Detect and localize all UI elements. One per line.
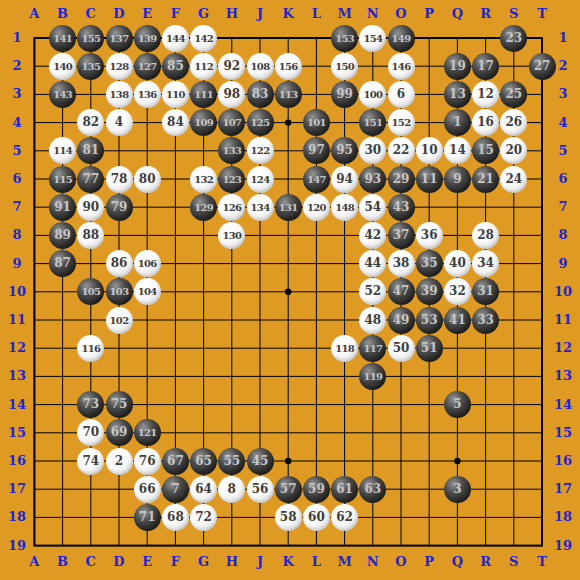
stone-J3-move-83[interactable]: 83 [247, 81, 274, 108]
stone-E16-move-76[interactable]: 76 [134, 448, 161, 475]
stone-D15-move-69[interactable]: 69 [106, 419, 133, 446]
stone-B7-move-91[interactable]: 91 [49, 194, 76, 221]
stone-H16-move-55[interactable]: 55 [218, 448, 245, 475]
stone-E17-move-66[interactable]: 66 [134, 476, 161, 503]
stone-G2-move-112[interactable]: 112 [190, 53, 217, 80]
stone-B1-move-141[interactable]: 141 [49, 25, 76, 52]
stone-R2-move-17[interactable]: 17 [472, 53, 499, 80]
stone-G16-move-65[interactable]: 65 [190, 448, 217, 475]
row-label-left-3: 3 [5, 86, 29, 102]
col-label-top-C: C [79, 6, 103, 22]
stone-P9-move-35[interactable]: 35 [416, 250, 443, 277]
stone-N6-move-93[interactable]: 93 [359, 166, 386, 193]
col-label-bottom-E: E [135, 554, 159, 570]
star-point-K10 [285, 289, 291, 295]
stone-H6-move-123[interactable]: 123 [218, 166, 245, 193]
col-label-top-A: A [22, 6, 46, 22]
stone-Q17-move-3[interactable]: 3 [444, 476, 471, 503]
stone-C12-move-116[interactable]: 116 [77, 335, 104, 362]
row-label-right-16: 16 [551, 453, 575, 469]
stone-O10-move-47[interactable]: 47 [388, 278, 415, 305]
stone-D16-move-2[interactable]: 2 [106, 448, 133, 475]
stone-H3-move-98[interactable]: 98 [218, 81, 245, 108]
row-label-left-15: 15 [5, 425, 29, 441]
stone-Q2-move-19[interactable]: 19 [444, 53, 471, 80]
stone-P6-move-11[interactable]: 11 [416, 166, 443, 193]
stone-D11-move-102[interactable]: 102 [106, 307, 133, 334]
stone-E6-move-80[interactable]: 80 [134, 166, 161, 193]
stone-Q4-move-1[interactable]: 1 [444, 109, 471, 136]
stone-C7-move-90[interactable]: 90 [77, 194, 104, 221]
col-label-bottom-S: S [502, 554, 526, 570]
stone-M6-move-94[interactable]: 94 [331, 166, 358, 193]
stone-E3-move-136[interactable]: 136 [134, 81, 161, 108]
stone-E9-move-106[interactable]: 106 [134, 250, 161, 277]
row-label-left-4: 4 [5, 115, 29, 131]
stone-J17-move-56[interactable]: 56 [247, 476, 274, 503]
row-label-left-2: 2 [5, 58, 29, 74]
stone-B9-move-87[interactable]: 87 [49, 250, 76, 277]
stone-C8-move-88[interactable]: 88 [77, 222, 104, 249]
stone-Q6-move-9[interactable]: 9 [444, 166, 471, 193]
col-label-top-N: N [361, 6, 385, 22]
stone-F1-move-144[interactable]: 144 [162, 25, 189, 52]
stone-O12-move-50[interactable]: 50 [388, 335, 415, 362]
stone-D9-move-86[interactable]: 86 [106, 250, 133, 277]
col-label-bottom-R: R [474, 554, 498, 570]
row-label-left-17: 17 [5, 481, 29, 497]
col-label-top-O: O [389, 6, 413, 22]
col-label-top-M: M [333, 6, 357, 22]
stone-B8-move-89[interactable]: 89 [49, 222, 76, 249]
stone-O6-move-29[interactable]: 29 [388, 166, 415, 193]
col-label-bottom-T: T [530, 554, 554, 570]
stone-F3-move-110[interactable]: 110 [162, 81, 189, 108]
stone-T2-move-27[interactable]: 27 [529, 53, 556, 80]
stone-O9-move-38[interactable]: 38 [388, 250, 415, 277]
row-label-right-14: 14 [551, 397, 575, 413]
row-label-left-8: 8 [5, 227, 29, 243]
stone-L18-move-60[interactable]: 60 [303, 504, 330, 531]
stone-S3-move-25[interactable]: 25 [500, 81, 527, 108]
row-label-left-18: 18 [5, 509, 29, 525]
stone-M2-move-150[interactable]: 150 [331, 53, 358, 80]
stone-K18-move-58[interactable]: 58 [275, 504, 302, 531]
stone-P8-move-36[interactable]: 36 [416, 222, 443, 249]
star-point-K16 [285, 458, 291, 464]
col-label-bottom-B: B [51, 554, 75, 570]
stone-Q11-move-41[interactable]: 41 [444, 307, 471, 334]
stone-H8-move-130[interactable]: 130 [218, 222, 245, 249]
stone-E18-move-71[interactable]: 71 [134, 504, 161, 531]
col-label-bottom-O: O [389, 554, 413, 570]
stone-M1-move-153[interactable]: 153 [331, 25, 358, 52]
stone-G18-move-72[interactable]: 72 [190, 504, 217, 531]
stone-D7-move-79[interactable]: 79 [106, 194, 133, 221]
stone-N1-move-154[interactable]: 154 [359, 25, 386, 52]
stone-E2-move-127[interactable]: 127 [134, 53, 161, 80]
row-label-left-6: 6 [5, 171, 29, 187]
row-label-left-13: 13 [5, 368, 29, 384]
stone-G17-move-64[interactable]: 64 [190, 476, 217, 503]
stone-S6-move-24[interactable]: 24 [500, 166, 527, 193]
stone-K7-move-131[interactable]: 131 [275, 194, 302, 221]
stone-N11-move-48[interactable]: 48 [359, 307, 386, 334]
stone-D6-move-78[interactable]: 78 [106, 166, 133, 193]
col-label-top-Q: Q [445, 6, 469, 22]
stone-G7-move-129[interactable]: 129 [190, 194, 217, 221]
row-label-right-17: 17 [551, 481, 575, 497]
stone-Q14-move-5[interactable]: 5 [444, 391, 471, 418]
stone-H17-move-8[interactable]: 8 [218, 476, 245, 503]
star-point-Q16 [454, 458, 460, 464]
col-label-bottom-A: A [22, 554, 46, 570]
stone-J7-move-134[interactable]: 134 [247, 194, 274, 221]
stone-K2-move-156[interactable]: 156 [275, 53, 302, 80]
stone-L6-move-147[interactable]: 147 [303, 166, 330, 193]
stone-R3-move-12[interactable]: 12 [472, 81, 499, 108]
stone-R8-move-28[interactable]: 28 [472, 222, 499, 249]
row-label-left-10: 10 [5, 284, 29, 300]
stone-R11-move-33[interactable]: 33 [472, 307, 499, 334]
stone-M18-move-62[interactable]: 62 [331, 504, 358, 531]
stone-Q5-move-14[interactable]: 14 [444, 137, 471, 164]
row-label-left-12: 12 [5, 340, 29, 356]
row-label-right-9: 9 [551, 256, 575, 272]
stone-E10-move-104[interactable]: 104 [134, 278, 161, 305]
stone-G3-move-111[interactable]: 111 [190, 81, 217, 108]
col-label-bottom-C: C [79, 554, 103, 570]
stone-O1-move-149[interactable]: 149 [388, 25, 415, 52]
stone-C1-move-155[interactable]: 155 [77, 25, 104, 52]
col-label-bottom-Q: Q [445, 554, 469, 570]
col-label-bottom-M: M [333, 554, 357, 570]
stone-M7-move-148[interactable]: 148 [331, 194, 358, 221]
stone-R6-move-21[interactable]: 21 [472, 166, 499, 193]
row-label-right-7: 7 [551, 199, 575, 215]
stone-G6-move-132[interactable]: 132 [190, 166, 217, 193]
row-label-right-4: 4 [551, 115, 575, 131]
col-label-top-T: T [530, 6, 554, 22]
stone-F18-move-68[interactable]: 68 [162, 504, 189, 531]
col-label-top-D: D [107, 6, 131, 22]
col-label-top-P: P [417, 6, 441, 22]
col-label-bottom-K: K [276, 554, 300, 570]
go-board[interactable]: ABCDEFGHJKLMNOPQRST ABCDEFGHJKLMNOPQRST … [0, 0, 580, 580]
row-label-left-14: 14 [5, 397, 29, 413]
stone-Q10-move-32[interactable]: 32 [444, 278, 471, 305]
stone-M12-move-118[interactable]: 118 [331, 335, 358, 362]
row-label-right-5: 5 [551, 143, 575, 159]
stone-J2-move-108[interactable]: 108 [247, 53, 274, 80]
stone-H2-move-92[interactable]: 92 [218, 53, 245, 80]
stone-L7-move-120[interactable]: 120 [303, 194, 330, 221]
stone-G4-move-109[interactable]: 109 [190, 109, 217, 136]
stone-N17-move-63[interactable]: 63 [359, 476, 386, 503]
stone-F4-move-84[interactable]: 84 [162, 109, 189, 136]
col-label-bottom-L: L [304, 554, 328, 570]
stone-C6-move-77[interactable]: 77 [77, 166, 104, 193]
row-label-left-5: 5 [5, 143, 29, 159]
row-label-left-19: 19 [5, 538, 29, 554]
stone-N8-move-42[interactable]: 42 [359, 222, 386, 249]
row-label-right-15: 15 [551, 425, 575, 441]
stone-N7-move-54[interactable]: 54 [359, 194, 386, 221]
col-label-top-H: H [220, 6, 244, 22]
stone-D4-move-4[interactable]: 4 [106, 109, 133, 136]
stone-N3-move-100[interactable]: 100 [359, 81, 386, 108]
stone-O5-move-22[interactable]: 22 [388, 137, 415, 164]
row-label-right-11: 11 [551, 312, 575, 328]
col-label-top-B: B [51, 6, 75, 22]
stone-P10-move-39[interactable]: 39 [416, 278, 443, 305]
col-label-top-R: R [474, 6, 498, 22]
stone-O7-move-43[interactable]: 43 [388, 194, 415, 221]
col-label-top-S: S [502, 6, 526, 22]
stone-R4-move-16[interactable]: 16 [472, 109, 499, 136]
stone-Q3-move-13[interactable]: 13 [444, 81, 471, 108]
stone-O3-move-6[interactable]: 6 [388, 81, 415, 108]
row-label-left-9: 9 [5, 256, 29, 272]
col-label-top-E: E [135, 6, 159, 22]
stone-E15-move-121[interactable]: 121 [134, 419, 161, 446]
row-label-left-11: 11 [5, 312, 29, 328]
row-label-left-16: 16 [5, 453, 29, 469]
stone-M17-move-61[interactable]: 61 [331, 476, 358, 503]
col-label-top-K: K [276, 6, 300, 22]
row-label-left-1: 1 [5, 30, 29, 46]
row-label-left-7: 7 [5, 199, 29, 215]
stone-R9-move-34[interactable]: 34 [472, 250, 499, 277]
row-label-right-8: 8 [551, 227, 575, 243]
stone-N13-move-119[interactable]: 119 [359, 363, 386, 390]
col-label-bottom-G: G [192, 554, 216, 570]
col-label-top-G: G [192, 6, 216, 22]
stone-P5-move-10[interactable]: 10 [416, 137, 443, 164]
stone-O8-move-37[interactable]: 37 [388, 222, 415, 249]
stone-D2-move-128[interactable]: 128 [106, 53, 133, 80]
stone-Q9-move-40[interactable]: 40 [444, 250, 471, 277]
stone-H7-move-126[interactable]: 126 [218, 194, 245, 221]
stone-F2-move-85[interactable]: 85 [162, 53, 189, 80]
stone-J6-move-124[interactable]: 124 [247, 166, 274, 193]
col-label-top-J: J [248, 6, 272, 22]
row-label-right-10: 10 [551, 284, 575, 300]
stone-F16-move-67[interactable]: 67 [162, 448, 189, 475]
stone-J16-move-45[interactable]: 45 [247, 448, 274, 475]
stone-E1-move-139[interactable]: 139 [134, 25, 161, 52]
stone-P11-move-53[interactable]: 53 [416, 307, 443, 334]
row-label-right-1: 1 [551, 30, 575, 46]
stone-B2-move-140[interactable]: 140 [49, 53, 76, 80]
row-label-right-6: 6 [551, 171, 575, 187]
stone-B3-move-143[interactable]: 143 [49, 81, 76, 108]
row-label-right-19: 19 [551, 538, 575, 554]
stone-F17-move-7[interactable]: 7 [162, 476, 189, 503]
row-label-right-18: 18 [551, 509, 575, 525]
row-label-right-3: 3 [551, 86, 575, 102]
stone-N12-move-117[interactable]: 117 [359, 335, 386, 362]
stone-D14-move-75[interactable]: 75 [106, 391, 133, 418]
stone-S1-move-23[interactable]: 23 [500, 25, 527, 52]
stone-B6-move-115[interactable]: 115 [49, 166, 76, 193]
stone-O2-move-146[interactable]: 146 [388, 53, 415, 80]
stone-G1-move-142[interactable]: 142 [190, 25, 217, 52]
stone-D10-move-103[interactable]: 103 [106, 278, 133, 305]
stone-K3-move-113[interactable]: 113 [275, 81, 302, 108]
col-label-top-L: L [304, 6, 328, 22]
stone-M3-move-99[interactable]: 99 [331, 81, 358, 108]
col-label-bottom-D: D [107, 554, 131, 570]
row-label-right-13: 13 [551, 368, 575, 384]
stone-D3-move-138[interactable]: 138 [106, 81, 133, 108]
stone-D1-move-137[interactable]: 137 [106, 25, 133, 52]
stone-L17-move-59[interactable]: 59 [303, 476, 330, 503]
stone-O4-move-152[interactable]: 152 [388, 109, 415, 136]
stone-K17-move-57[interactable]: 57 [275, 476, 302, 503]
col-label-top-F: F [163, 6, 187, 22]
col-label-bottom-N: N [361, 554, 385, 570]
stone-C16-move-74[interactable]: 74 [77, 448, 104, 475]
stone-J5-move-122[interactable]: 122 [247, 137, 274, 164]
stone-L5-move-97[interactable]: 97 [303, 137, 330, 164]
col-label-bottom-H: H [220, 554, 244, 570]
stone-L4-move-101[interactable]: 101 [303, 109, 330, 136]
col-label-bottom-J: J [248, 554, 272, 570]
star-point-K4 [285, 119, 291, 125]
col-label-bottom-P: P [417, 554, 441, 570]
stone-O11-move-49[interactable]: 49 [388, 307, 415, 334]
stone-P12-move-51[interactable]: 51 [416, 335, 443, 362]
col-label-bottom-F: F [163, 554, 187, 570]
row-label-right-12: 12 [551, 340, 575, 356]
stone-J4-move-125[interactable]: 125 [247, 109, 274, 136]
stone-C2-move-135[interactable]: 135 [77, 53, 104, 80]
